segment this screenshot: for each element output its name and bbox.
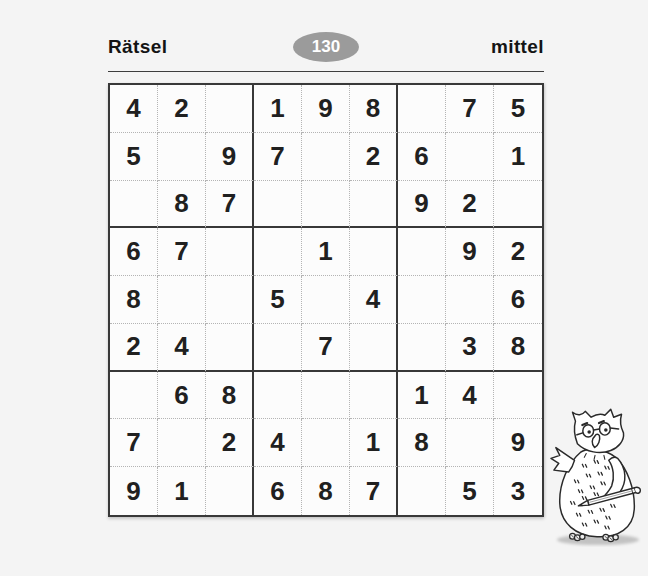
cell-r7c6[interactable] bbox=[350, 372, 398, 420]
cell-r4c8[interactable]: 9 bbox=[446, 228, 494, 276]
cell-r1c2[interactable]: 2 bbox=[158, 85, 206, 133]
cell-r1c1[interactable]: 4 bbox=[110, 85, 158, 133]
cell-r2c4[interactable]: 7 bbox=[254, 133, 302, 181]
cell-r4c6[interactable] bbox=[350, 228, 398, 276]
cell-r4c2[interactable]: 7 bbox=[158, 228, 206, 276]
cell-r5c9[interactable]: 6 bbox=[494, 276, 542, 324]
cell-r7c5[interactable] bbox=[302, 372, 350, 420]
cell-r3c8[interactable]: 2 bbox=[446, 181, 494, 229]
cell-r7c4[interactable] bbox=[254, 372, 302, 420]
cell-r6c3[interactable] bbox=[206, 324, 254, 372]
cell-r9c7[interactable] bbox=[398, 467, 446, 515]
cell-r8c9[interactable]: 9 bbox=[494, 419, 542, 467]
cell-r1c6[interactable]: 8 bbox=[350, 85, 398, 133]
cell-r2c7[interactable]: 6 bbox=[398, 133, 446, 181]
cell-r5c4[interactable]: 5 bbox=[254, 276, 302, 324]
sudoku-grid: 4219875597261879267192854624738681472418… bbox=[108, 83, 544, 517]
cell-r9c6[interactable]: 7 bbox=[350, 467, 398, 515]
cell-r8c5[interactable] bbox=[302, 419, 350, 467]
cell-r2c6[interactable]: 2 bbox=[350, 133, 398, 181]
cell-r3c2[interactable]: 8 bbox=[158, 181, 206, 229]
cell-r8c3[interactable]: 2 bbox=[206, 419, 254, 467]
cell-r5c2[interactable] bbox=[158, 276, 206, 324]
cell-r6c6[interactable] bbox=[350, 324, 398, 372]
cell-r7c1[interactable] bbox=[110, 372, 158, 420]
difficulty-label: mittel bbox=[491, 36, 544, 58]
cell-r1c8[interactable]: 7 bbox=[446, 85, 494, 133]
cell-r1c9[interactable]: 5 bbox=[494, 85, 542, 133]
cell-r5c3[interactable] bbox=[206, 276, 254, 324]
cell-r3c9[interactable] bbox=[494, 181, 542, 229]
cell-r8c7[interactable]: 8 bbox=[398, 419, 446, 467]
puzzle-title: Rätsel bbox=[108, 36, 167, 58]
cell-r6c7[interactable] bbox=[398, 324, 446, 372]
cell-r4c9[interactable]: 2 bbox=[494, 228, 542, 276]
cell-r7c9[interactable] bbox=[494, 372, 542, 420]
cell-r5c5[interactable] bbox=[302, 276, 350, 324]
puzzle-number: 130 bbox=[312, 37, 340, 57]
cell-r3c4[interactable] bbox=[254, 181, 302, 229]
cell-r4c4[interactable] bbox=[254, 228, 302, 276]
cell-r9c3[interactable] bbox=[206, 467, 254, 515]
owl-mascot bbox=[549, 403, 647, 549]
cell-r6c8[interactable]: 3 bbox=[446, 324, 494, 372]
cell-r7c7[interactable]: 1 bbox=[398, 372, 446, 420]
cell-r8c8[interactable] bbox=[446, 419, 494, 467]
cell-r3c7[interactable]: 9 bbox=[398, 181, 446, 229]
cell-r4c5[interactable]: 1 bbox=[302, 228, 350, 276]
cell-r9c8[interactable]: 5 bbox=[446, 467, 494, 515]
cell-r6c9[interactable]: 8 bbox=[494, 324, 542, 372]
cell-r9c4[interactable]: 6 bbox=[254, 467, 302, 515]
puzzle-number-badge: 130 bbox=[293, 32, 359, 62]
cell-r2c9[interactable]: 1 bbox=[494, 133, 542, 181]
cell-r6c1[interactable]: 2 bbox=[110, 324, 158, 372]
puzzle-header: Rätsel 130 mittel bbox=[108, 31, 544, 62]
cell-r2c1[interactable]: 5 bbox=[110, 133, 158, 181]
cell-r2c2[interactable] bbox=[158, 133, 206, 181]
cell-r3c6[interactable] bbox=[350, 181, 398, 229]
cell-r4c7[interactable] bbox=[398, 228, 446, 276]
cell-r3c1[interactable] bbox=[110, 181, 158, 229]
cell-r3c3[interactable]: 7 bbox=[206, 181, 254, 229]
cell-r8c1[interactable]: 7 bbox=[110, 419, 158, 467]
header-divider bbox=[108, 71, 544, 72]
cell-r5c7[interactable] bbox=[398, 276, 446, 324]
puzzle-page: Rätsel 130 mittel 4219875597261879267192… bbox=[108, 0, 544, 517]
cell-r4c3[interactable] bbox=[206, 228, 254, 276]
cell-r2c3[interactable]: 9 bbox=[206, 133, 254, 181]
cell-r9c2[interactable]: 1 bbox=[158, 467, 206, 515]
cell-r7c2[interactable]: 6 bbox=[158, 372, 206, 420]
cell-r1c7[interactable] bbox=[398, 85, 446, 133]
cell-r1c3[interactable] bbox=[206, 85, 254, 133]
cell-r9c9[interactable]: 3 bbox=[494, 467, 542, 515]
page-background: { "game": "sudoku", "position": "42.198.… bbox=[0, 0, 648, 576]
cell-r7c8[interactable]: 4 bbox=[446, 372, 494, 420]
owl-left-wing bbox=[551, 448, 575, 473]
cell-r5c8[interactable] bbox=[446, 276, 494, 324]
cell-r6c5[interactable]: 7 bbox=[302, 324, 350, 372]
cell-r5c6[interactable]: 4 bbox=[350, 276, 398, 324]
cell-r8c4[interactable]: 4 bbox=[254, 419, 302, 467]
cell-r2c5[interactable] bbox=[302, 133, 350, 181]
cell-r4c1[interactable]: 6 bbox=[110, 228, 158, 276]
cell-r1c4[interactable]: 1 bbox=[254, 85, 302, 133]
cell-r7c3[interactable]: 8 bbox=[206, 372, 254, 420]
cell-r9c1[interactable]: 9 bbox=[110, 467, 158, 515]
cell-r2c8[interactable] bbox=[446, 133, 494, 181]
cell-r5c1[interactable]: 8 bbox=[110, 276, 158, 324]
cell-r6c4[interactable] bbox=[254, 324, 302, 372]
cell-r3c5[interactable] bbox=[302, 181, 350, 229]
cell-r8c6[interactable]: 1 bbox=[350, 419, 398, 467]
owl-head bbox=[573, 409, 624, 452]
cell-r1c5[interactable]: 9 bbox=[302, 85, 350, 133]
cell-r6c2[interactable]: 4 bbox=[158, 324, 206, 372]
cell-r9c5[interactable]: 8 bbox=[302, 467, 350, 515]
cell-r8c2[interactable] bbox=[158, 419, 206, 467]
